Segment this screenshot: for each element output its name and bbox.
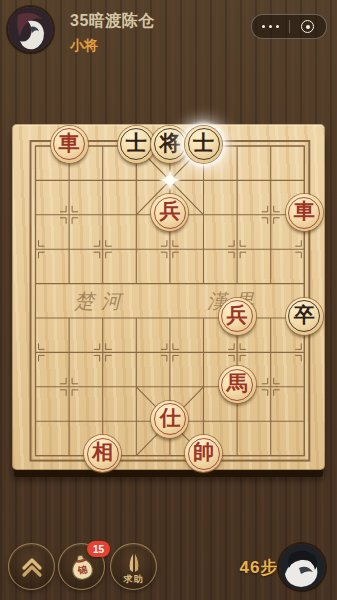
player-avatar[interactable] xyxy=(8,7,53,52)
piece-glyph: 将 xyxy=(159,133,180,154)
piece-glyph: 車 xyxy=(294,201,315,222)
piece-glyph: 士 xyxy=(126,133,147,154)
piece-glyph: 兵 xyxy=(227,305,248,326)
piece-black-advisor[interactable]: 士 xyxy=(118,126,155,163)
xiangqi-board[interactable]: 楚河 漢界 車士将士兵車兵卒馬仕相帥 xyxy=(12,124,325,470)
more-options-button[interactable] xyxy=(252,15,289,38)
piece-black-soldier[interactable]: 卒 xyxy=(286,298,323,335)
minimize-button[interactable] xyxy=(290,15,327,38)
player-avatar-art xyxy=(8,7,53,52)
piece-black-general[interactable]: 将 xyxy=(151,126,188,163)
player-rank-label: 小将 xyxy=(70,37,155,55)
praying-hands-icon xyxy=(123,553,145,573)
opponent-avatar[interactable] xyxy=(279,544,325,590)
chevron-up-icon xyxy=(20,556,44,578)
piece-red-rook[interactable]: 車 xyxy=(286,194,323,231)
piece-red-elephant[interactable]: 相 xyxy=(84,435,121,472)
app-screen: 35暗渡陈仓 小将 楚河 漢界 車士将士兵車兵卒馬仕相帥 xyxy=(0,0,337,600)
piece-red-soldier[interactable]: 兵 xyxy=(219,298,256,335)
piece-black-advisor[interactable]: 士 xyxy=(185,126,222,163)
collapse-button[interactable] xyxy=(8,543,55,590)
hint-bag-button[interactable]: 锦 15 xyxy=(58,543,105,590)
bag-count-badge: 15 xyxy=(87,541,110,557)
piece-red-advisor[interactable]: 仕 xyxy=(151,401,188,438)
piece-glyph: 馬 xyxy=(227,373,248,394)
three-dots-icon xyxy=(262,25,280,29)
piece-glyph: 相 xyxy=(92,442,113,463)
piece-glyph: 士 xyxy=(193,133,214,154)
piece-glyph: 車 xyxy=(59,133,80,154)
piece-glyph: 帥 xyxy=(193,442,214,463)
river-left-label: 楚河 xyxy=(74,290,128,312)
help-label: 求助 xyxy=(111,573,156,586)
opponent-avatar-art xyxy=(279,544,325,590)
piece-glyph: 兵 xyxy=(159,201,180,222)
piece-red-horse[interactable]: 馬 xyxy=(219,366,256,403)
piece-red-rook[interactable]: 車 xyxy=(51,126,88,163)
circle-dot-icon xyxy=(301,20,314,33)
header-titles: 35暗渡陈仓 小将 xyxy=(70,11,155,55)
level-title: 35暗渡陈仓 xyxy=(70,11,155,32)
piece-glyph: 卒 xyxy=(294,305,315,326)
piece-glyph: 仕 xyxy=(159,408,180,429)
ask-help-button[interactable]: 求助 xyxy=(110,543,157,590)
wechat-capsule xyxy=(251,14,327,39)
piece-red-general[interactable]: 帥 xyxy=(185,435,222,472)
